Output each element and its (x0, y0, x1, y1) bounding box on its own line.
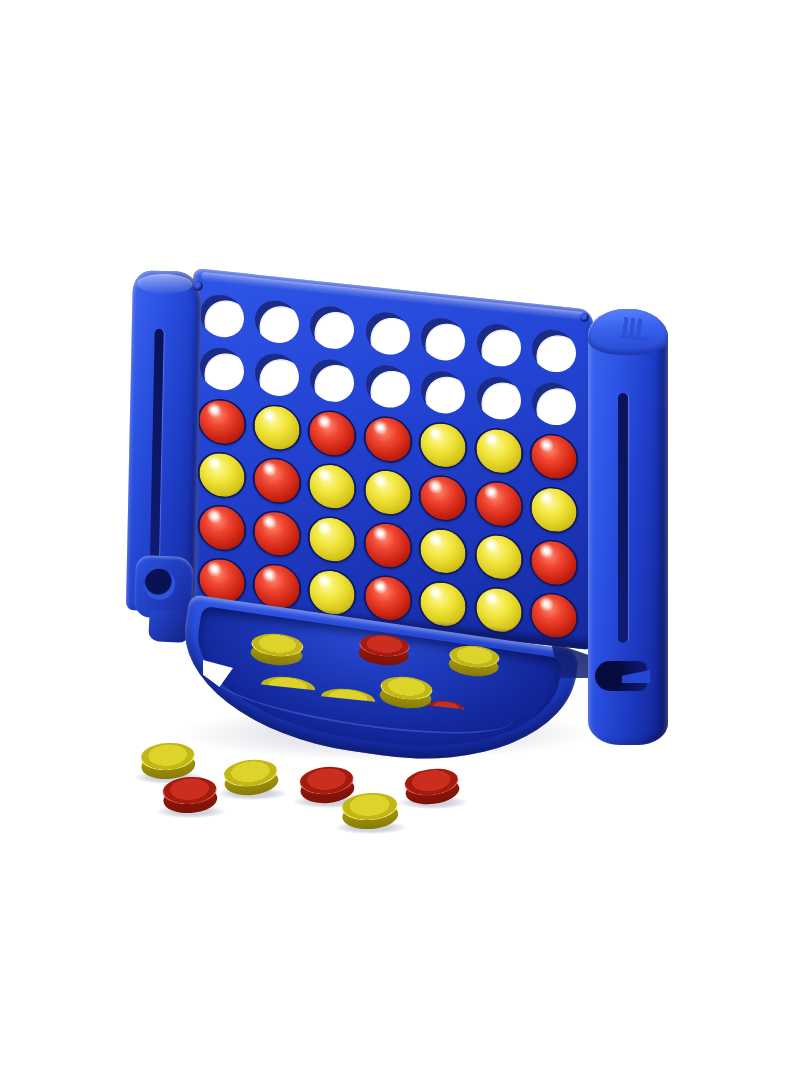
cell-c4-r3[interactable] (360, 410, 415, 469)
cell-c6-r1[interactable] (471, 315, 526, 374)
cell-c1-r2[interactable] (194, 339, 249, 398)
cell-c2-r1[interactable] (249, 292, 304, 351)
left-clip-hole (144, 568, 176, 600)
cell-c5-r4[interactable] (416, 468, 471, 527)
cell-c6-r3[interactable] (471, 421, 526, 480)
cell-c2-r3[interactable] (249, 398, 304, 457)
cell-c3-r5[interactable] (305, 510, 360, 569)
cell-c2-r5[interactable] (249, 504, 304, 563)
cell-c7-r1[interactable] (526, 321, 581, 380)
embossed-logo-icon (619, 316, 651, 341)
cell-c6-r2[interactable] (471, 368, 526, 427)
empty-slot (366, 363, 410, 410)
yellow-chip-tray-ledge-1[interactable] (250, 632, 305, 667)
empty-slot (255, 298, 299, 345)
empty-slot (421, 368, 465, 415)
empty-slot (477, 321, 521, 368)
cell-c4-r1[interactable] (360, 304, 415, 363)
cell-c2-r4[interactable] (249, 451, 304, 510)
yellow-chip-ground-5[interactable] (341, 791, 399, 831)
yellow-chip-ground-3[interactable] (222, 757, 279, 797)
empty-slot (200, 345, 244, 392)
hinge-peg-right (580, 313, 589, 322)
empty-slot (200, 292, 244, 339)
empty-slot (532, 327, 576, 374)
empty-slot (477, 374, 521, 421)
cell-c2-r2[interactable] (249, 345, 304, 404)
cell-c3-r4[interactable] (305, 457, 360, 516)
cell-c4-r2[interactable] (360, 357, 415, 416)
cell-c1-r4[interactable] (194, 445, 249, 504)
red-chip-tray-ledge-2[interactable] (358, 632, 410, 666)
cell-c3-r2[interactable] (305, 351, 360, 410)
cell-c7-r5[interactable] (526, 533, 581, 592)
cell-c4-r5[interactable] (360, 516, 415, 575)
cell-c1-r1[interactable] (194, 286, 249, 345)
board-grid (194, 286, 582, 645)
right-pillar-slot (618, 393, 628, 643)
cell-c4-r4[interactable] (360, 463, 415, 522)
cell-c5-r3[interactable] (416, 415, 471, 474)
red-chip-ground-2[interactable] (162, 775, 218, 815)
cell-c1-r5[interactable] (194, 498, 249, 557)
cell-c3-r3[interactable] (305, 404, 360, 463)
cell-c7-r2[interactable] (526, 374, 581, 433)
cell-c6-r4[interactable] (471, 474, 526, 533)
empty-slot (310, 304, 354, 351)
cell-c7-r3[interactable] (526, 427, 581, 486)
empty-slot (255, 351, 299, 398)
left-pillar-slot (150, 329, 164, 581)
cell-c5-r6[interactable] (416, 574, 471, 633)
hinge-peg-left (193, 281, 203, 291)
red-chip-ground-6[interactable] (403, 766, 461, 807)
cell-c1-r3[interactable] (194, 392, 249, 451)
yellow-chip-tray-ledge-3[interactable] (448, 643, 500, 677)
empty-slot (532, 380, 576, 427)
cell-c7-r4[interactable] (526, 480, 581, 539)
right-clip-cutout (595, 661, 647, 691)
cell-c5-r1[interactable] (416, 309, 471, 368)
right-roller-pillar (588, 309, 668, 745)
left-pillar-cap (137, 273, 193, 294)
yellow-chip-ground-1[interactable] (140, 741, 196, 781)
cell-c5-r2[interactable] (416, 362, 471, 421)
cell-c4-r6[interactable] (360, 569, 415, 628)
yellow-chip-tray-bowl-3[interactable] (379, 674, 434, 710)
cell-c6-r5[interactable] (471, 527, 526, 586)
connect-four-panel (193, 268, 593, 650)
stage (0, 0, 800, 1092)
cell-c5-r5[interactable] (416, 521, 471, 580)
cell-c3-r1[interactable] (305, 298, 360, 357)
cell-c6-r6[interactable] (471, 580, 526, 639)
empty-slot (310, 357, 354, 404)
cell-c7-r6[interactable] (526, 586, 581, 645)
empty-slot (421, 315, 465, 362)
right-clip-tongue (622, 670, 650, 683)
empty-slot (366, 310, 410, 357)
